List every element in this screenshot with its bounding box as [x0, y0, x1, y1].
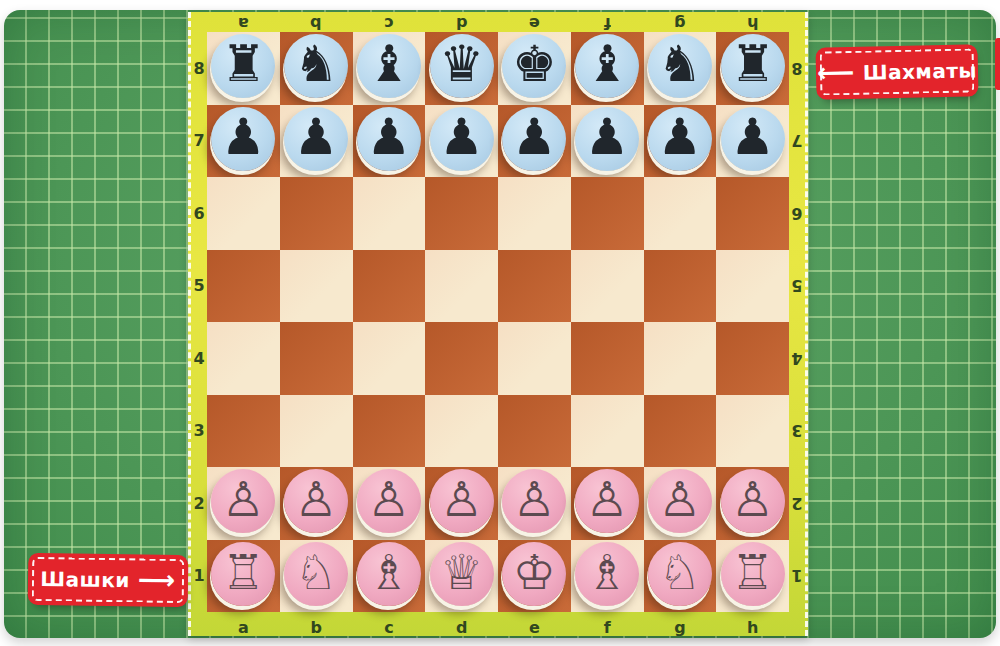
square-c7[interactable]: ♟: [353, 105, 426, 178]
black-pawn-glyph: ♟: [585, 112, 630, 162]
file-label-top-a: a: [207, 14, 280, 32]
white-rook-glyph: ♖: [222, 548, 265, 596]
black-pawn-glyph: ♟: [657, 112, 702, 162]
rank-label-right-7: 7: [789, 105, 805, 178]
square-g1[interactable]: ♘: [644, 540, 717, 613]
file-label-top-h-rotated: h: [747, 14, 758, 32]
square-g5[interactable]: [644, 250, 717, 323]
square-b6[interactable]: [280, 177, 353, 250]
square-a7[interactable]: ♟: [207, 105, 280, 178]
file-label-top-e-rotated: e: [529, 14, 540, 32]
square-b1[interactable]: ♘: [280, 540, 353, 613]
file-labels-bottom: abcdefgh: [191, 612, 805, 640]
file-label-top-g: g: [644, 14, 717, 32]
photo-canvas: abcdefgh 87654321 ♜♞♝♛♚♝♞♜♟♟♟♟♟♟♟♟♙♙♙♙♙♙…: [0, 0, 1000, 646]
rank-label-left-2: 2: [191, 467, 207, 540]
black-pawn-glyph: ♟: [221, 112, 266, 162]
board-frame: abcdefgh 87654321 ♜♞♝♛♚♝♞♜♟♟♟♟♟♟♟♟♙♙♙♙♙♙…: [188, 12, 808, 636]
square-f5[interactable]: [571, 250, 644, 323]
square-a8[interactable]: ♜: [207, 32, 280, 105]
white-knight-glyph: ♘: [295, 548, 338, 596]
black-pawn-glyph: ♟: [439, 112, 484, 162]
square-h8[interactable]: ♜: [716, 32, 789, 105]
square-d8[interactable]: ♛: [425, 32, 498, 105]
white-queen-token[interactable]: ♕: [430, 542, 494, 606]
white-pawn-token[interactable]: ♙: [211, 469, 275, 533]
file-label-top-g-rotated: g: [674, 14, 685, 32]
file-label-top-f-rotated: f: [604, 14, 611, 32]
black-knight-glyph: ♞: [294, 39, 339, 89]
white-rook-token[interactable]: ♖: [721, 542, 785, 606]
white-bishop-token[interactable]: ♗: [575, 542, 639, 606]
rank-label-left-1: 1: [191, 540, 207, 613]
black-pawn-glyph: ♟: [294, 112, 339, 162]
square-b7[interactable]: ♟: [280, 105, 353, 178]
rank-label-left-3: 3: [191, 395, 207, 468]
black-pawn-token[interactable]: ♟: [648, 107, 712, 171]
square-e1[interactable]: ♔: [498, 540, 571, 613]
file-label-top-d-rotated: d: [456, 14, 467, 32]
file-label-bottom-e: e: [498, 619, 571, 637]
file-label-top-c: c: [353, 14, 426, 32]
rank-label-left-6: 6: [191, 177, 207, 250]
rank-labels-left: 87654321: [191, 32, 207, 612]
file-label-bottom-h: h: [716, 619, 789, 637]
white-knight-token[interactable]: ♘: [648, 542, 712, 606]
white-pawn-glyph: ♙: [222, 475, 265, 523]
white-pawn-token[interactable]: ♙: [502, 469, 566, 533]
rank-label-left-5: 5: [191, 250, 207, 323]
rank-label-right-1: 1: [789, 540, 805, 613]
square-f4[interactable]: [571, 322, 644, 395]
square-c4[interactable]: [353, 322, 426, 395]
black-bishop-token[interactable]: ♝: [357, 34, 421, 98]
square-f3[interactable]: [571, 395, 644, 468]
black-pawn-token[interactable]: ♟: [211, 107, 275, 171]
black-pawn-token[interactable]: ♟: [284, 107, 348, 171]
rank-label-right-5: 5: [789, 250, 805, 323]
square-h5[interactable]: [716, 250, 789, 323]
white-pawn-token[interactable]: ♙: [430, 469, 494, 533]
white-pawn-glyph: ♙: [586, 475, 629, 523]
file-label-bottom-b: b: [280, 619, 353, 637]
square-c2[interactable]: ♙: [353, 467, 426, 540]
square-h3[interactable]: [716, 395, 789, 468]
square-b8[interactable]: ♞: [280, 32, 353, 105]
white-pawn-glyph: ♙: [440, 475, 483, 523]
left-arrow-icon: ⟵: [817, 59, 855, 86]
white-pawn-token[interactable]: ♙: [284, 469, 348, 533]
square-a2[interactable]: ♙: [207, 467, 280, 540]
file-label-bottom-d: d: [425, 619, 498, 637]
square-c6[interactable]: [353, 177, 426, 250]
black-knight-token[interactable]: ♞: [648, 34, 712, 98]
rank-label-right-6-rotated: 6: [789, 204, 805, 223]
square-a3[interactable]: [207, 395, 280, 468]
file-label-top-b-rotated: b: [310, 14, 321, 32]
square-g7[interactable]: ♟: [644, 105, 717, 178]
file-label-top-c-rotated: c: [384, 14, 393, 32]
square-c3[interactable]: [353, 395, 426, 468]
rank-label-right-3-rotated: 3: [789, 421, 805, 440]
cropped-sticker-edge: [995, 38, 1000, 90]
rank-label-right-7-rotated: 7: [789, 131, 805, 150]
black-rook-token[interactable]: ♜: [721, 34, 785, 98]
square-e8[interactable]: ♚: [498, 32, 571, 105]
rank-label-right-4-rotated: 4: [789, 349, 805, 368]
file-label-top-h: h: [716, 14, 789, 32]
square-b2[interactable]: ♙: [280, 467, 353, 540]
square-d1[interactable]: ♕: [425, 540, 498, 613]
black-king-glyph: ♚: [512, 39, 557, 89]
black-knight-token[interactable]: ♞: [284, 34, 348, 98]
square-f1[interactable]: ♗: [571, 540, 644, 613]
white-pawn-glyph: ♙: [731, 475, 774, 523]
black-pawn-glyph: ♟: [512, 112, 557, 162]
square-b3[interactable]: [280, 395, 353, 468]
rank-label-left-8: 8: [191, 32, 207, 105]
square-e4[interactable]: [498, 322, 571, 395]
white-pawn-token[interactable]: ♙: [721, 469, 785, 533]
black-pawn-glyph: ♟: [730, 112, 775, 162]
square-h2[interactable]: ♙: [716, 467, 789, 540]
file-label-top-d: d: [425, 14, 498, 32]
white-pawn-token[interactable]: ♙: [575, 469, 639, 533]
black-king-token[interactable]: ♚: [502, 34, 566, 98]
rank-label-right-8-rotated: 8: [789, 59, 805, 78]
square-d4[interactable]: [425, 322, 498, 395]
white-bishop-glyph: ♗: [367, 548, 410, 596]
rank-label-right-3: 3: [789, 395, 805, 468]
square-d2[interactable]: ♙: [425, 467, 498, 540]
square-d5[interactable]: [425, 250, 498, 323]
black-queen-glyph: ♛: [439, 39, 484, 89]
black-rook-glyph: ♜: [221, 39, 266, 89]
white-pawn-token[interactable]: ♙: [648, 469, 712, 533]
white-rook-token[interactable]: ♖: [211, 542, 275, 606]
right-arrow-icon: ⟶: [138, 566, 176, 593]
white-king-token[interactable]: ♔: [502, 542, 566, 606]
black-pawn-token[interactable]: ♟: [721, 107, 785, 171]
square-e3[interactable]: [498, 395, 571, 468]
square-g2[interactable]: ♙: [644, 467, 717, 540]
square-b4[interactable]: [280, 322, 353, 395]
square-a5[interactable]: [207, 250, 280, 323]
white-rook-glyph: ♖: [731, 548, 774, 596]
rank-label-right-6: 6: [789, 177, 805, 250]
white-knight-glyph: ♘: [658, 548, 701, 596]
black-pawn-token[interactable]: ♟: [575, 107, 639, 171]
square-h4[interactable]: [716, 322, 789, 395]
chess-sticker-text: Шахматы: [863, 58, 978, 84]
rank-label-right-2-rotated: 2: [789, 494, 805, 513]
black-knight-glyph: ♞: [657, 39, 702, 89]
rank-label-right-2: 2: [789, 467, 805, 540]
file-label-bottom-f: f: [571, 619, 644, 637]
file-label-top-a-rotated: a: [238, 14, 249, 32]
white-bishop-token[interactable]: ♗: [357, 542, 421, 606]
square-g3[interactable]: [644, 395, 717, 468]
rank-label-left-7: 7: [191, 105, 207, 178]
square-e2[interactable]: ♙: [498, 467, 571, 540]
file-labels-top: abcdefgh: [191, 12, 805, 32]
black-pawn-token[interactable]: ♟: [430, 107, 494, 171]
square-f6[interactable]: [571, 177, 644, 250]
square-d7[interactable]: ♟: [425, 105, 498, 178]
square-a1[interactable]: ♖: [207, 540, 280, 613]
square-a4[interactable]: [207, 322, 280, 395]
square-h6[interactable]: [716, 177, 789, 250]
white-pawn-token[interactable]: ♙: [357, 469, 421, 533]
square-f7[interactable]: ♟: [571, 105, 644, 178]
square-f2[interactable]: ♙: [571, 467, 644, 540]
square-g8[interactable]: ♞: [644, 32, 717, 105]
white-queen-glyph: ♕: [440, 548, 483, 596]
rank-label-left-4: 4: [191, 322, 207, 395]
square-c1[interactable]: ♗: [353, 540, 426, 613]
rank-label-right-1-rotated: 1: [789, 566, 805, 585]
square-c5[interactable]: [353, 250, 426, 323]
file-label-top-b: b: [280, 14, 353, 32]
white-pawn-glyph: ♙: [658, 475, 701, 523]
file-label-bottom-a: a: [207, 619, 280, 637]
square-g6[interactable]: [644, 177, 717, 250]
square-d3[interactable]: [425, 395, 498, 468]
square-e7[interactable]: ♟: [498, 105, 571, 178]
black-bishop-glyph: ♝: [366, 39, 411, 89]
black-pawn-token[interactable]: ♟: [502, 107, 566, 171]
square-a6[interactable]: [207, 177, 280, 250]
square-f8[interactable]: ♝: [571, 32, 644, 105]
square-g4[interactable]: [644, 322, 717, 395]
black-pawn-glyph: ♟: [366, 112, 411, 162]
checkers-sticker: Шашки ⟶: [32, 557, 185, 603]
file-label-top-f: f: [571, 14, 644, 32]
square-e6[interactable]: [498, 177, 571, 250]
black-rook-glyph: ♜: [730, 39, 775, 89]
white-pawn-glyph: ♙: [295, 475, 338, 523]
square-b5[interactable]: [280, 250, 353, 323]
chess-sticker: ⟵ Шахматы: [820, 48, 975, 95]
rank-labels-right: 87654321: [789, 32, 805, 612]
file-label-bottom-g: g: [644, 619, 717, 637]
chess-board: ♜♞♝♛♚♝♞♜♟♟♟♟♟♟♟♟♙♙♙♙♙♙♙♙♖♘♗♕♔♗♘♖: [207, 32, 789, 612]
board-middle-row: 87654321 ♜♞♝♛♚♝♞♜♟♟♟♟♟♟♟♟♙♙♙♙♙♙♙♙♖♘♗♕♔♗♘…: [191, 32, 805, 612]
square-c8[interactable]: ♝: [353, 32, 426, 105]
white-pawn-glyph: ♙: [513, 475, 556, 523]
white-pawn-glyph: ♙: [367, 475, 410, 523]
black-bishop-glyph: ♝: [585, 39, 630, 89]
checkers-sticker-text: Шашки: [40, 567, 130, 592]
rank-label-right-8: 8: [789, 32, 805, 105]
white-knight-token[interactable]: ♘: [284, 542, 348, 606]
square-e5[interactable]: [498, 250, 571, 323]
white-bishop-glyph: ♗: [586, 548, 629, 596]
square-d6[interactable]: [425, 177, 498, 250]
rank-label-right-5-rotated: 5: [789, 276, 805, 295]
white-king-glyph: ♔: [513, 548, 556, 596]
file-label-top-e: e: [498, 14, 571, 32]
black-rook-token[interactable]: ♜: [211, 34, 275, 98]
square-h7[interactable]: ♟: [716, 105, 789, 178]
black-queen-token[interactable]: ♛: [430, 34, 494, 98]
rank-label-right-4: 4: [789, 322, 805, 395]
black-pawn-token[interactable]: ♟: [357, 107, 421, 171]
black-bishop-token[interactable]: ♝: [575, 34, 639, 98]
file-label-bottom-c: c: [353, 619, 426, 637]
square-h1[interactable]: ♖: [716, 540, 789, 613]
